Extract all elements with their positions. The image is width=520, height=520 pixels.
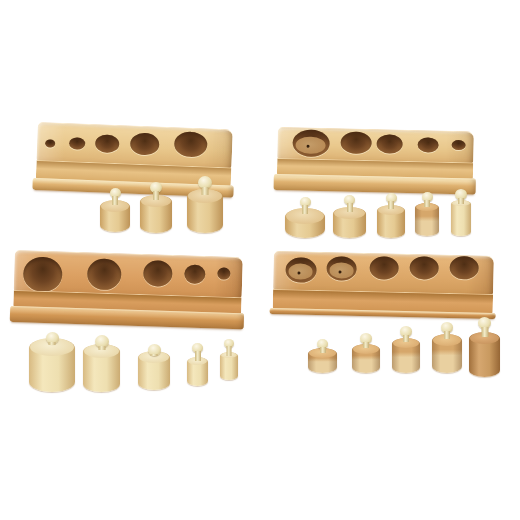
cylinder-knob bbox=[478, 317, 491, 337]
knob-neck bbox=[347, 203, 353, 212]
knob-neck bbox=[227, 346, 232, 356]
top-right-block-large-to-small-cylinder-4 bbox=[415, 192, 439, 236]
cylinder-body bbox=[83, 344, 120, 392]
cylinder-knob bbox=[360, 333, 372, 348]
socket-hole-5 bbox=[449, 255, 479, 279]
middle-right-block-equal-holes bbox=[273, 251, 494, 319]
top-right-block-large-to-small-cylinder-1 bbox=[285, 197, 325, 238]
cylinder-knob bbox=[46, 332, 59, 345]
middle-left-block-large-to-small-cylinder-1 bbox=[29, 332, 75, 392]
socket-hole-5 bbox=[173, 131, 207, 157]
cylinder-knob bbox=[192, 343, 203, 361]
hole-depth-dot bbox=[339, 270, 342, 273]
cylinder-body bbox=[140, 195, 172, 233]
socket-hole-1 bbox=[285, 257, 317, 283]
socket-hole-5 bbox=[452, 140, 466, 150]
middle-right-block-equal-holes-cylinder-5 bbox=[469, 317, 500, 377]
top-right-block-large-to-small-cylinder-2 bbox=[333, 195, 366, 238]
socket-hole-4 bbox=[417, 137, 438, 152]
knob-neck bbox=[49, 342, 56, 345]
cylinder-body bbox=[469, 332, 500, 377]
cylinder-body bbox=[451, 200, 471, 236]
cylinder-knob bbox=[386, 193, 397, 209]
knob-neck bbox=[458, 198, 464, 204]
top-left-block-small-to-large-cylinder-2 bbox=[140, 182, 172, 233]
knob-neck bbox=[195, 351, 201, 361]
socket-hole-2 bbox=[340, 131, 371, 154]
socket-hole-3 bbox=[95, 134, 120, 153]
middle-left-block-large-to-small-cylinder-3 bbox=[138, 344, 170, 390]
knob-neck bbox=[444, 331, 450, 339]
cylinder-body bbox=[29, 338, 75, 392]
hole-floor bbox=[296, 136, 326, 154]
knob-neck bbox=[202, 187, 209, 195]
top-left-block-small-to-large-cylinder-3 bbox=[187, 176, 223, 233]
middle-right-block-equal-holes-cylinder-1 bbox=[308, 339, 337, 373]
cylinder-body bbox=[352, 344, 380, 373]
cylinder-knob bbox=[110, 188, 121, 205]
block-top-face bbox=[273, 251, 494, 295]
cylinder-body bbox=[415, 203, 439, 236]
cylinder-knob bbox=[150, 182, 162, 200]
cylinder-body bbox=[392, 338, 420, 373]
socket-hole-3 bbox=[369, 256, 399, 280]
socket-hole-5 bbox=[217, 267, 230, 279]
socket-hole-4 bbox=[184, 264, 206, 284]
cylinder-knob bbox=[300, 197, 311, 214]
knob-neck bbox=[388, 201, 394, 209]
cylinder-knob bbox=[441, 322, 453, 339]
block-base-step bbox=[274, 174, 476, 195]
knob-neck bbox=[153, 191, 159, 200]
knob-neck bbox=[320, 347, 326, 353]
cylinder-body bbox=[377, 205, 405, 238]
cylinder-knob bbox=[224, 339, 234, 356]
cylinder-body bbox=[187, 357, 208, 386]
knob-neck bbox=[98, 346, 105, 350]
hole-floor bbox=[288, 263, 313, 280]
top-right-block-large-to-small bbox=[277, 127, 474, 194]
socket-hole-1 bbox=[292, 129, 330, 157]
knob-neck bbox=[481, 327, 488, 337]
cylinder-knob bbox=[455, 189, 467, 204]
cylinder-knob bbox=[95, 335, 109, 350]
socket-hole-4 bbox=[129, 133, 159, 156]
socket-hole-1 bbox=[22, 256, 62, 292]
cylinder-body bbox=[138, 351, 170, 390]
cylinder-knob bbox=[148, 344, 161, 356]
knob-neck bbox=[403, 335, 409, 342]
knob-neck bbox=[363, 342, 369, 348]
knob-neck bbox=[112, 196, 118, 205]
cylinder-knob bbox=[400, 326, 412, 342]
knob-neck bbox=[424, 200, 430, 207]
top-right-block-large-to-small-cylinder-3 bbox=[377, 193, 405, 238]
cylinder-body bbox=[187, 189, 223, 233]
top-left-block-small-to-large-cylinder-1 bbox=[100, 188, 130, 232]
cylinder-body bbox=[220, 352, 238, 380]
socket-hole-4 bbox=[409, 256, 439, 280]
socket-hole-2 bbox=[69, 137, 85, 150]
cylinder-knob bbox=[422, 192, 433, 207]
knob-neck bbox=[151, 354, 158, 356]
hole-depth-dot bbox=[297, 272, 300, 275]
socket-hole-1 bbox=[45, 139, 55, 147]
cylinder-knob bbox=[317, 339, 328, 353]
middle-left-block-large-to-small-cylinder-2 bbox=[83, 335, 120, 392]
middle-right-block-equal-holes-cylinder-2 bbox=[352, 333, 380, 373]
socket-hole-3 bbox=[142, 260, 172, 287]
cylinder-knob bbox=[198, 176, 212, 195]
middle-right-block-equal-holes-cylinder-3 bbox=[392, 326, 420, 373]
product-photo-stage bbox=[0, 0, 520, 520]
socket-hole-2 bbox=[87, 258, 122, 290]
middle-right-block-equal-holes-cylinder-4 bbox=[432, 322, 462, 373]
socket-hole-2 bbox=[326, 256, 357, 281]
cylinder-knob bbox=[344, 195, 355, 212]
top-right-block-large-to-small-cylinder-5 bbox=[451, 189, 471, 236]
socket-hole-3 bbox=[376, 134, 402, 154]
hole-floor bbox=[329, 263, 353, 279]
cylinder-body bbox=[432, 334, 462, 373]
middle-left-block-large-to-small-cylinder-5 bbox=[220, 339, 238, 380]
middle-left-block-large-to-small-cylinder-4 bbox=[187, 343, 208, 386]
middle-left-block-large-to-small bbox=[13, 250, 243, 329]
knob-neck bbox=[302, 205, 308, 214]
